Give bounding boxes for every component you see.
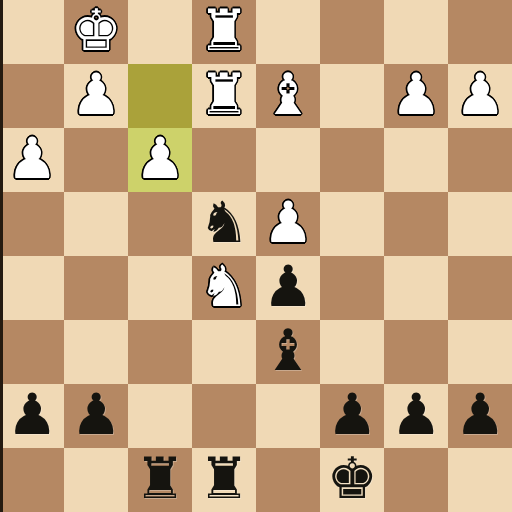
square-e4[interactable]: ♞ [192,192,256,256]
square-e2[interactable]: ♜ [192,64,256,128]
square-h7[interactable]: ♟ [0,384,64,448]
square-f8[interactable]: ♜ [128,448,192,512]
piece-white-bishop[interactable]: ♝ [262,62,313,126]
square-a8[interactable] [448,448,512,512]
square-d8[interactable] [256,448,320,512]
square-e7[interactable] [192,384,256,448]
square-b1[interactable] [384,0,448,64]
piece-white-pawn[interactable]: ♟ [6,126,57,190]
piece-white-pawn[interactable]: ♟ [454,62,505,126]
square-a4[interactable] [448,192,512,256]
piece-black-king[interactable]: ♚ [326,446,377,510]
square-h2[interactable] [0,64,64,128]
square-a2[interactable]: ♟ [448,64,512,128]
square-c7[interactable]: ♟ [320,384,384,448]
piece-black-rook[interactable]: ♜ [198,446,249,510]
square-d2[interactable]: ♝ [256,64,320,128]
piece-white-knight[interactable]: ♞ [198,254,249,318]
square-e8[interactable]: ♜ [192,448,256,512]
piece-white-pawn[interactable]: ♟ [390,62,441,126]
square-h6[interactable] [0,320,64,384]
square-b8[interactable] [384,448,448,512]
square-d6[interactable]: ♝ [256,320,320,384]
square-f5[interactable] [128,256,192,320]
piece-black-pawn[interactable]: ♟ [390,382,441,446]
square-d7[interactable] [256,384,320,448]
square-f7[interactable] [128,384,192,448]
chess-board: ♚♜♟♜♝♟♟♟♟♞♟♞♟♝♟♟♟♟♟♜♜♚ [0,0,512,512]
square-e1[interactable]: ♜ [192,0,256,64]
square-d4[interactable]: ♟ [256,192,320,256]
square-h1[interactable] [0,0,64,64]
square-e3[interactable] [192,128,256,192]
piece-black-pawn[interactable]: ♟ [454,382,505,446]
square-f1[interactable] [128,0,192,64]
piece-black-pawn[interactable]: ♟ [326,382,377,446]
square-f3[interactable]: ♟ [128,128,192,192]
square-e6[interactable] [192,320,256,384]
square-c2[interactable] [320,64,384,128]
square-g8[interactable] [64,448,128,512]
piece-white-rook[interactable]: ♜ [198,62,249,126]
square-g5[interactable] [64,256,128,320]
square-c3[interactable] [320,128,384,192]
square-h3[interactable]: ♟ [0,128,64,192]
square-c6[interactable] [320,320,384,384]
piece-white-pawn[interactable]: ♟ [134,126,185,190]
square-a1[interactable] [448,0,512,64]
square-f2[interactable] [128,64,192,128]
square-b3[interactable] [384,128,448,192]
square-c5[interactable] [320,256,384,320]
square-f4[interactable] [128,192,192,256]
square-c1[interactable] [320,0,384,64]
square-a5[interactable] [448,256,512,320]
chess-board-stage: ♚♜♟♜♝♟♟♟♟♞♟♞♟♝♟♟♟♟♟♜♜♚ [0,0,512,512]
square-g7[interactable]: ♟ [64,384,128,448]
square-g4[interactable] [64,192,128,256]
square-b7[interactable]: ♟ [384,384,448,448]
square-e5[interactable]: ♞ [192,256,256,320]
piece-black-pawn[interactable]: ♟ [6,382,57,446]
square-a3[interactable] [448,128,512,192]
piece-black-pawn[interactable]: ♟ [70,382,121,446]
piece-white-pawn[interactable]: ♟ [70,62,121,126]
piece-white-rook[interactable]: ♜ [198,0,249,62]
square-d1[interactable] [256,0,320,64]
square-c4[interactable] [320,192,384,256]
square-b5[interactable] [384,256,448,320]
square-h5[interactable] [0,256,64,320]
square-b6[interactable] [384,320,448,384]
square-d3[interactable] [256,128,320,192]
square-g2[interactable]: ♟ [64,64,128,128]
square-c8[interactable]: ♚ [320,448,384,512]
piece-black-knight[interactable]: ♞ [198,190,249,254]
square-a7[interactable]: ♟ [448,384,512,448]
square-b4[interactable] [384,192,448,256]
square-h4[interactable] [0,192,64,256]
square-g3[interactable] [64,128,128,192]
square-f6[interactable] [128,320,192,384]
square-a6[interactable] [448,320,512,384]
square-h8[interactable] [0,448,64,512]
piece-black-pawn[interactable]: ♟ [262,254,313,318]
square-g6[interactable] [64,320,128,384]
piece-white-pawn[interactable]: ♟ [262,190,313,254]
square-b2[interactable]: ♟ [384,64,448,128]
square-d5[interactable]: ♟ [256,256,320,320]
board-left-edge-strip [0,0,3,512]
piece-white-king[interactable]: ♚ [70,0,121,62]
square-g1[interactable]: ♚ [64,0,128,64]
piece-black-bishop[interactable]: ♝ [262,318,313,382]
piece-black-rook[interactable]: ♜ [134,446,185,510]
